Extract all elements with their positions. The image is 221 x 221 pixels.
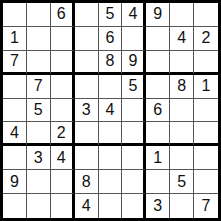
cell-r6c8[interactable] [170,122,194,146]
cell-r9c8[interactable] [170,194,194,218]
cell-r6c3[interactable]: 2 [51,122,75,146]
cell-r3c8[interactable] [170,51,194,75]
cell-r9c4[interactable]: 4 [75,194,99,218]
cell-r9c2[interactable] [27,194,51,218]
cell-r1c1[interactable] [3,3,27,27]
cell-r1c8[interactable] [170,3,194,27]
cell-r4c6[interactable]: 5 [122,75,146,99]
cell-r2c6[interactable] [122,27,146,51]
cell-r3c3[interactable] [51,51,75,75]
cell-r4c3[interactable] [51,75,75,99]
cell-r6c4[interactable] [75,122,99,146]
cell-r6c5[interactable] [99,122,123,146]
cell-r2c2[interactable] [27,27,51,51]
sudoku-board: 654916427897581534642341985437 [0,0,221,221]
cell-r9c6[interactable] [122,194,146,218]
cell-r7c2[interactable]: 3 [27,146,51,170]
cell-r2c1[interactable]: 1 [3,27,27,51]
cell-r8c6[interactable] [122,170,146,194]
cell-r8c8[interactable]: 5 [170,170,194,194]
cell-r7c7[interactable]: 1 [146,146,170,170]
cell-r4c5[interactable] [99,75,123,99]
cell-r9c1[interactable] [3,194,27,218]
cell-r8c7[interactable] [146,170,170,194]
cell-r1c3[interactable]: 6 [51,3,75,27]
cell-r8c2[interactable] [27,170,51,194]
cell-r1c4[interactable] [75,3,99,27]
cell-r2c4[interactable] [75,27,99,51]
cell-r3c1[interactable]: 7 [3,51,27,75]
cell-r4c1[interactable] [3,75,27,99]
cell-r3c2[interactable] [27,51,51,75]
cell-r6c7[interactable] [146,122,170,146]
cell-r1c6[interactable]: 4 [122,3,146,27]
cell-r7c5[interactable] [99,146,123,170]
cell-r1c7[interactable]: 9 [146,3,170,27]
cell-r5c9[interactable] [194,99,218,123]
cell-r2c8[interactable]: 4 [170,27,194,51]
cell-r6c1[interactable]: 4 [3,122,27,146]
cell-r3c4[interactable] [75,51,99,75]
cell-r9c7[interactable]: 3 [146,194,170,218]
cell-r9c3[interactable] [51,194,75,218]
cell-r9c9[interactable]: 7 [194,194,218,218]
cell-r4c7[interactable] [146,75,170,99]
cell-r8c9[interactable] [194,170,218,194]
cell-r7c4[interactable] [75,146,99,170]
cell-r1c9[interactable] [194,3,218,27]
cell-r5c1[interactable] [3,99,27,123]
cell-r8c5[interactable] [99,170,123,194]
cell-r4c9[interactable]: 1 [194,75,218,99]
cell-r4c2[interactable]: 7 [27,75,51,99]
cell-r6c6[interactable] [122,122,146,146]
cell-r2c7[interactable] [146,27,170,51]
cell-r3c9[interactable] [194,51,218,75]
cell-r2c5[interactable]: 6 [99,27,123,51]
cell-r7c9[interactable] [194,146,218,170]
cell-r7c6[interactable] [122,146,146,170]
cell-r6c9[interactable] [194,122,218,146]
cell-r1c2[interactable] [27,3,51,27]
cell-r2c9[interactable]: 2 [194,27,218,51]
cell-r5c2[interactable]: 5 [27,99,51,123]
cell-r9c5[interactable] [99,194,123,218]
cell-r5c8[interactable] [170,99,194,123]
cell-r5c7[interactable]: 6 [146,99,170,123]
cell-r3c6[interactable]: 9 [122,51,146,75]
cell-r8c4[interactable]: 8 [75,170,99,194]
cell-r1c5[interactable]: 5 [99,3,123,27]
cell-r4c4[interactable] [75,75,99,99]
cell-r7c1[interactable] [3,146,27,170]
cell-r8c3[interactable] [51,170,75,194]
cell-r5c5[interactable]: 4 [99,99,123,123]
cell-r5c4[interactable]: 3 [75,99,99,123]
cell-r4c8[interactable]: 8 [170,75,194,99]
cell-r5c6[interactable] [122,99,146,123]
cell-r5c3[interactable] [51,99,75,123]
cell-r6c2[interactable] [27,122,51,146]
cell-r2c3[interactable] [51,27,75,51]
cell-r8c1[interactable]: 9 [3,170,27,194]
cell-r3c7[interactable] [146,51,170,75]
cell-r3c5[interactable]: 8 [99,51,123,75]
cell-r7c3[interactable]: 4 [51,146,75,170]
cell-r7c8[interactable] [170,146,194,170]
